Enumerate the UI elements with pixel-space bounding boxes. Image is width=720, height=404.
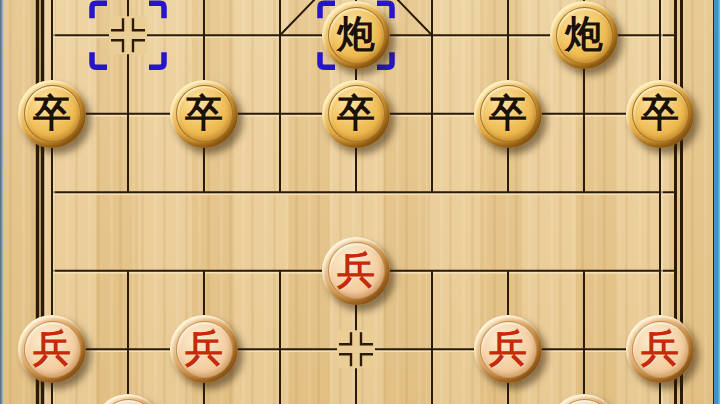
piece-face: 兵 [632,321,689,378]
piece-face: 卒 [176,85,233,142]
last-move-from-marker [92,52,107,67]
xiangqi-board[interactable]: 炮炮卒卒卒卒卒兵兵兵兵兵炮炮 [14,0,698,404]
window-edge-right [713,0,720,404]
cell-red-pawn-a6: 兵 [14,310,90,389]
piece-character: 兵 [489,329,527,367]
piece-red-cannon-h7[interactable]: 炮 [550,394,618,404]
piece-red-pawn-c6[interactable]: 兵 [170,315,238,383]
game-window: { "game": "xiangqi", "board": { "files":… [0,0,720,404]
cell-black-cannon-e2: 炮 [318,0,394,74]
piece-red-pawn-a6[interactable]: 兵 [18,315,86,383]
piece-face: 卒 [632,85,689,142]
piece-black-pawn-c3[interactable]: 卒 [170,80,238,148]
piece-face: 兵 [24,321,81,378]
cell-black-pawn-e3: 卒 [318,74,394,153]
piece-face: 卒 [480,85,537,142]
piece-character: 卒 [33,94,71,132]
piece-character: 卒 [489,94,527,132]
piece-face: 卒 [24,85,81,142]
cell-red-pawn-e5: 兵 [318,231,394,310]
piece-character: 炮 [337,15,375,53]
window-edge-left [0,0,4,404]
cell-black-pawn-c3: 卒 [166,74,242,153]
piece-red-pawn-g6[interactable]: 兵 [474,315,542,383]
cell-red-pawn-g6: 兵 [470,310,546,389]
last-move-from-marker [149,52,164,67]
piece-black-pawn-i3[interactable]: 卒 [626,80,694,148]
piece-character: 兵 [337,251,375,289]
piece-character: 卒 [337,94,375,132]
cell-red-pawn-i6: 兵 [622,310,698,389]
cell-red-cannon-b7: 炮 [90,388,166,404]
last-move-from-marker [149,3,164,18]
cell-black-cannon-h2: 炮 [546,0,622,74]
piece-face: 卒 [328,85,385,142]
piece-face: 兵 [176,321,233,378]
last-move-from-marker [92,3,107,18]
piece-face: 炮 [328,7,385,64]
piece-character: 卒 [641,94,679,132]
piece-face: 炮 [556,7,613,64]
piece-face: 炮 [100,399,157,404]
cell-black-pawn-i3: 卒 [622,74,698,153]
piece-character: 炮 [565,15,603,53]
piece-face: 炮 [556,399,613,404]
piece-character: 卒 [185,94,223,132]
piece-red-pawn-i6[interactable]: 兵 [626,315,694,383]
cell-black-pawn-g3: 卒 [470,74,546,153]
piece-red-cannon-b7[interactable]: 炮 [94,394,162,404]
piece-black-cannon-h2[interactable]: 炮 [550,1,618,69]
piece-red-pawn-e5[interactable]: 兵 [322,237,390,305]
piece-face: 兵 [480,321,537,378]
piece-black-pawn-g3[interactable]: 卒 [474,80,542,148]
piece-black-pawn-e3[interactable]: 卒 [322,80,390,148]
piece-black-cannon-e2[interactable]: 炮 [322,1,390,69]
piece-character: 兵 [33,329,71,367]
piece-character: 兵 [185,329,223,367]
cell-red-cannon-h7: 炮 [546,388,622,404]
piece-black-pawn-a3[interactable]: 卒 [18,80,86,148]
cell-red-pawn-c6: 兵 [166,310,242,389]
piece-character: 兵 [641,329,679,367]
piece-face: 兵 [328,242,385,299]
cell-black-pawn-a3: 卒 [14,74,90,153]
